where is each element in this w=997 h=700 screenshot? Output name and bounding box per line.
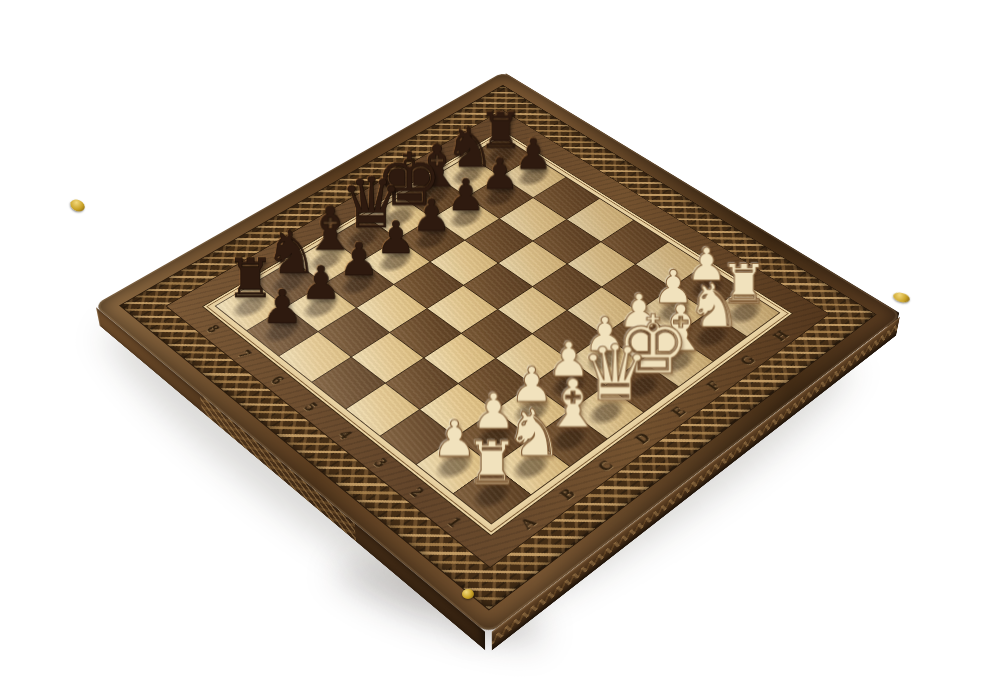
product-photo-scene: ♜♞♝♛♚♝♞♜♟♟♟♟♟♟♟♟♟♟♟♟♟♟♟♟♜♞♝♛♚♝♞♜ ABCDEFG… <box>0 0 997 700</box>
piece-contact-shadow <box>467 419 520 457</box>
chess-board: ♜♞♝♛♚♝♞♜♟♟♟♟♟♟♟♟♟♟♟♟♟♟♟♟♜♞♝♛♚♝♞♜ ABCDEFG… <box>94 72 903 635</box>
piece-contact-shadow <box>543 420 596 459</box>
brass-hinge-right <box>892 291 911 304</box>
piece-contact-shadow <box>504 447 558 487</box>
brass-clasp-left <box>68 197 86 213</box>
brass-latch-bottom <box>462 589 474 599</box>
piece-contact-shadow <box>465 474 520 515</box>
